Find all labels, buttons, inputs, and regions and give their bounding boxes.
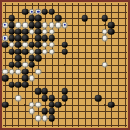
stone-black[interactable] [15,82,22,89]
stone-black[interactable] [35,55,42,62]
stone-black[interactable] [35,22,42,29]
stone-black[interactable] [55,101,62,108]
stone-black[interactable] [42,88,49,95]
stone-white[interactable] [22,62,29,69]
stone-black[interactable] [8,48,15,55]
stone-black[interactable] [15,28,22,35]
grid-line [78,3,79,127]
grid-line [98,3,99,127]
stone-black[interactable] [15,42,22,49]
stone-black[interactable] [15,62,22,69]
stone-white[interactable] [8,42,15,49]
stone-black[interactable] [8,15,15,22]
stone-white[interactable] [48,48,55,55]
star-point [104,104,106,106]
stone-white[interactable] [42,115,49,122]
stone-black[interactable] [48,35,55,42]
stone-black[interactable] [108,28,115,35]
stone-black[interactable] [8,22,15,29]
stone-white[interactable] [101,28,108,35]
stone-black[interactable] [28,22,35,29]
stone-black[interactable] [62,95,69,102]
star-point [24,104,26,106]
stone-white[interactable] [15,68,22,75]
grid-line [3,125,127,126]
stone-white[interactable] [22,22,29,29]
stone-black[interactable] [28,42,35,49]
stone-white[interactable] [101,35,108,42]
grid-line [3,118,127,119]
stone-white[interactable] [42,28,49,35]
stone-black[interactable] [62,48,69,55]
go-board[interactable] [0,0,130,130]
stone-black[interactable] [48,108,55,115]
stone-black[interactable] [22,75,29,82]
stone-black[interactable] [108,22,115,29]
stone-white[interactable] [55,22,62,29]
stone-black[interactable] [108,101,115,108]
star-point [104,24,106,26]
stone-black[interactable] [22,68,29,75]
stone-white[interactable] [15,95,22,102]
stone-white[interactable] [48,42,55,49]
stone-white[interactable] [28,101,35,108]
stone-white[interactable] [42,48,49,55]
grid-line [3,111,127,112]
stone-black[interactable] [8,82,15,89]
stone-black[interactable] [42,95,49,102]
stone-white[interactable] [28,48,35,55]
grid-line [118,3,119,127]
stone-black[interactable] [2,101,9,108]
stone-white[interactable] [35,68,42,75]
stone-white[interactable] [42,42,49,49]
stone-white[interactable] [42,22,49,29]
stone-black[interactable] [48,101,55,108]
stone-black[interactable] [22,8,29,15]
stone-white[interactable] [2,68,9,75]
stone-black[interactable] [22,28,29,35]
stone-black[interactable] [22,35,29,42]
stone-black[interactable] [8,35,15,42]
stone-black[interactable] [55,15,62,22]
stone-black[interactable] [15,35,22,42]
stone-white[interactable] [28,28,35,35]
stone-white[interactable] [101,62,108,69]
stone-white[interactable] [48,28,55,35]
stone-black[interactable] [28,62,35,69]
grid-line [72,3,73,127]
stone-white[interactable] [35,101,42,108]
stone-black[interactable] [35,48,42,55]
stone-white[interactable] [28,75,35,82]
stone-black[interactable] [8,28,15,35]
stone-black[interactable] [8,62,15,69]
stone-black[interactable] [22,82,29,89]
stone-black[interactable] [35,35,42,42]
stone-black[interactable] [42,108,49,115]
stone-black[interactable] [62,42,69,49]
stone-black[interactable] [35,15,42,22]
stone-black[interactable] [62,88,69,95]
stone-white[interactable] [22,42,29,49]
star-point [64,64,66,66]
stone-black[interactable] [42,35,49,42]
stone-white[interactable] [28,108,35,115]
stone-white[interactable] [35,115,42,122]
stone-black[interactable] [42,8,49,15]
stone-black[interactable] [35,42,42,49]
stone-black[interactable] [15,48,22,55]
stone-white[interactable] [8,68,15,75]
stone-white[interactable] [15,22,22,29]
stone-black[interactable] [28,55,35,62]
stone-black[interactable] [48,8,55,15]
stone-black[interactable] [22,48,29,55]
stone-black[interactable] [28,15,35,22]
stone-black[interactable] [95,95,102,102]
stone-black[interactable] [35,28,42,35]
stone-black[interactable] [2,42,9,49]
stone-black[interactable] [48,115,55,122]
stone-white[interactable] [48,22,55,29]
stone-black[interactable] [35,88,42,95]
stone-black[interactable] [15,55,22,62]
stone-black[interactable] [48,95,55,102]
grid-line [85,3,86,127]
grid-line [125,3,126,127]
stone-black[interactable] [2,75,9,82]
star-point [64,104,66,106]
grid-line [91,3,92,127]
stone-black[interactable] [101,15,108,22]
stone-black[interactable] [82,15,89,22]
